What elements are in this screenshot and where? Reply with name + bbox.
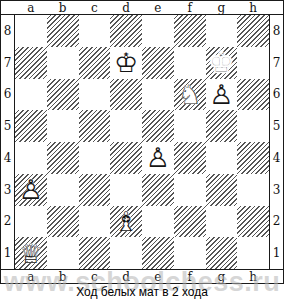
rank-label-left-2: 2: [1, 206, 15, 238]
square-d8: [110, 15, 142, 47]
rank-label-left-6: 6: [1, 79, 15, 111]
file-label-bottom-f: f: [174, 269, 206, 283]
rank-label-left-5: 5: [1, 110, 15, 142]
square-f4: [174, 142, 206, 174]
square-c8: [79, 15, 111, 47]
file-label-bottom-e: e: [142, 269, 174, 283]
rank-label-left-8: 8: [1, 15, 15, 47]
white-pawn-piece: ♟♙: [15, 174, 47, 206]
file-label-top-b: b: [47, 1, 79, 15]
square-h8: [237, 15, 269, 47]
white-queen-piece: ♛♕: [15, 237, 47, 269]
square-f5: [174, 110, 206, 142]
square-e5: [142, 110, 174, 142]
chess-board: abcdefgh887♚♔♚♚76♞♘♟♙6554♟♙43♟♙32♝♗21♛♕1…: [0, 0, 284, 284]
file-label-top-f: f: [174, 1, 206, 15]
black-king-piece: ♚♚: [206, 47, 238, 79]
square-b1: [47, 237, 79, 269]
square-g1: [206, 237, 238, 269]
square-c3: [79, 174, 111, 206]
file-label-bottom-g: g: [206, 269, 238, 283]
square-h6: [237, 79, 269, 111]
square-g2: [206, 206, 238, 238]
square-a8: [15, 15, 47, 47]
board-corner: [1, 1, 15, 15]
square-h3: [237, 174, 269, 206]
square-e4: ♟♙: [142, 142, 174, 174]
square-a2: [15, 206, 47, 238]
file-label-bottom-d: d: [110, 269, 142, 283]
square-e1: [142, 237, 174, 269]
square-c4: [79, 142, 111, 174]
square-a5: [15, 110, 47, 142]
square-f7: [174, 47, 206, 79]
board-corner: [1, 269, 15, 283]
square-g7: ♚♚: [206, 47, 238, 79]
square-c7: [79, 47, 111, 79]
square-e3: [142, 174, 174, 206]
square-h4: [237, 142, 269, 174]
square-b3: [47, 174, 79, 206]
file-label-bottom-h: h: [237, 269, 269, 283]
white-pawn-piece: ♟♙: [206, 79, 238, 111]
square-g4: [206, 142, 238, 174]
file-label-top-g: g: [206, 1, 238, 15]
square-g3: [206, 174, 238, 206]
square-d6: [110, 79, 142, 111]
square-b8: [47, 15, 79, 47]
square-g6: ♟♙: [206, 79, 238, 111]
rank-label-left-4: 4: [1, 142, 15, 174]
rank-label-right-7: 7: [269, 47, 283, 79]
square-a7: [15, 47, 47, 79]
square-d4: [110, 142, 142, 174]
rank-label-right-5: 5: [269, 110, 283, 142]
square-d1: [110, 237, 142, 269]
puzzle-caption: Ход белых мат в 2 хода: [0, 284, 284, 300]
white-bishop-piece: ♝♗: [110, 206, 142, 238]
square-a4: [15, 142, 47, 174]
board-corner: [269, 1, 283, 15]
square-b2: [47, 206, 79, 238]
square-c2: [79, 206, 111, 238]
square-d5: [110, 110, 142, 142]
rank-label-right-3: 3: [269, 174, 283, 206]
square-h7: [237, 47, 269, 79]
square-h1: [237, 237, 269, 269]
square-g5: [206, 110, 238, 142]
square-d7: ♚♔: [110, 47, 142, 79]
square-f3: [174, 174, 206, 206]
file-label-top-d: d: [110, 1, 142, 15]
square-e8: [142, 15, 174, 47]
rank-label-right-8: 8: [269, 15, 283, 47]
file-label-bottom-b: b: [47, 269, 79, 283]
square-a3: ♟♙: [15, 174, 47, 206]
square-a6: [15, 79, 47, 111]
white-pawn-piece: ♟♙: [142, 142, 174, 174]
square-f8: [174, 15, 206, 47]
file-label-bottom-a: a: [15, 269, 47, 283]
file-label-top-c: c: [79, 1, 111, 15]
square-f6: ♞♘: [174, 79, 206, 111]
square-e2: [142, 206, 174, 238]
square-b4: [47, 142, 79, 174]
rank-label-right-4: 4: [269, 142, 283, 174]
rank-label-left-3: 3: [1, 174, 15, 206]
file-label-top-e: e: [142, 1, 174, 15]
file-label-bottom-c: c: [79, 269, 111, 283]
square-h2: [237, 206, 269, 238]
square-f2: [174, 206, 206, 238]
white-king-piece: ♚♔: [110, 47, 142, 79]
square-d3: [110, 174, 142, 206]
white-knight-piece: ♞♘: [174, 79, 206, 111]
rank-label-right-1: 1: [269, 237, 283, 269]
square-b6: [47, 79, 79, 111]
square-h5: [237, 110, 269, 142]
chess-puzzle-page: abcdefgh887♚♔♚♚76♞♘♟♙6554♟♙43♟♙32♝♗21♛♕1…: [0, 0, 284, 300]
rank-label-left-1: 1: [1, 237, 15, 269]
rank-label-right-2: 2: [269, 206, 283, 238]
file-label-top-h: h: [237, 1, 269, 15]
square-g8: [206, 15, 238, 47]
square-d2: ♝♗: [110, 206, 142, 238]
rank-label-right-6: 6: [269, 79, 283, 111]
square-a1: ♛♕: [15, 237, 47, 269]
square-b5: [47, 110, 79, 142]
square-c6: [79, 79, 111, 111]
rank-label-left-7: 7: [1, 47, 15, 79]
file-label-top-a: a: [15, 1, 47, 15]
board-corner: [269, 269, 283, 283]
square-b7: [47, 47, 79, 79]
square-e7: [142, 47, 174, 79]
square-f1: [174, 237, 206, 269]
square-c1: [79, 237, 111, 269]
square-e6: [142, 79, 174, 111]
square-c5: [79, 110, 111, 142]
